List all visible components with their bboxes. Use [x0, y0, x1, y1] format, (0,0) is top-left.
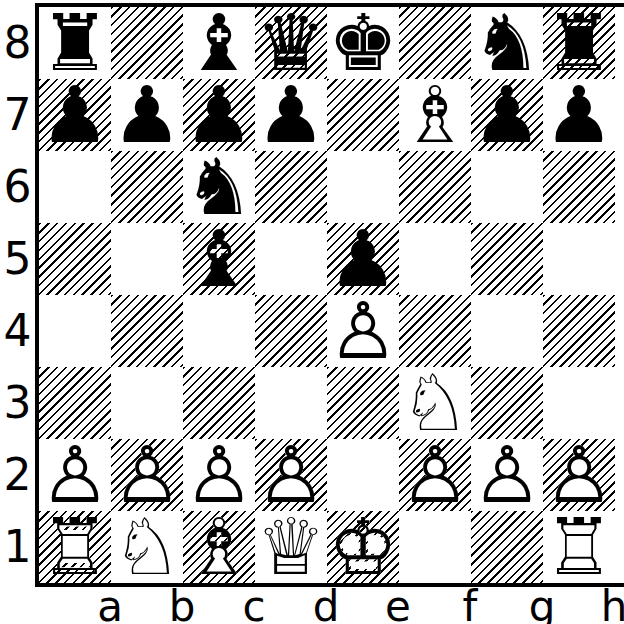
piece-white-queen: ♛♕ — [255, 511, 327, 583]
white-piece-outline-glyph: ♗ — [184, 508, 254, 586]
white-piece-outline-glyph: ♕ — [256, 508, 326, 586]
square-a7[interactable]: ♟ — [39, 79, 111, 151]
piece-black-rook: ♜ — [39, 7, 111, 79]
square-b1[interactable]: ♞♘ — [111, 511, 183, 583]
piece-white-pawn: ♟♙ — [39, 439, 111, 511]
square-b8[interactable] — [111, 7, 183, 79]
square-a4[interactable] — [39, 295, 111, 367]
piece-white-rook: ♜♖ — [543, 511, 615, 583]
white-piece-outline-glyph: ♖ — [40, 508, 110, 586]
square-g8[interactable]: ♞ — [471, 7, 543, 79]
square-c6[interactable]: ♞ — [183, 151, 255, 223]
piece-white-pawn: ♟♙ — [183, 439, 255, 511]
square-e1[interactable]: ♚♔ — [327, 511, 399, 583]
piece-black-pawn: ♟ — [183, 79, 255, 151]
square-e7[interactable] — [327, 79, 399, 151]
file-label-f: f — [434, 587, 506, 624]
black-piece-glyph: ♝ — [184, 220, 254, 298]
file-label-e: e — [362, 587, 434, 624]
square-c1[interactable]: ♝♗ — [183, 511, 255, 583]
black-piece-glyph: ♟ — [112, 76, 182, 154]
white-piece-outline-glyph: ♙ — [400, 436, 470, 514]
square-f5[interactable] — [399, 223, 471, 295]
piece-black-pawn: ♟ — [255, 79, 327, 151]
square-e8[interactable]: ♚ — [327, 7, 399, 79]
square-b7[interactable]: ♟ — [111, 79, 183, 151]
piece-black-bishop: ♝ — [183, 7, 255, 79]
square-h8[interactable]: ♜ — [543, 7, 615, 79]
piece-black-rook: ♜ — [543, 7, 615, 79]
square-b5[interactable] — [111, 223, 183, 295]
file-label-b: b — [146, 587, 218, 624]
rank-label-8: 8 — [0, 7, 35, 79]
white-piece-outline-glyph: ♘ — [112, 508, 182, 586]
square-g4[interactable] — [471, 295, 543, 367]
rank-label-6: 6 — [0, 151, 35, 223]
square-g5[interactable] — [471, 223, 543, 295]
piece-white-bishop: ♝♗ — [399, 79, 471, 151]
square-a1[interactable]: ♜♖ — [39, 511, 111, 583]
square-d1[interactable]: ♛♕ — [255, 511, 327, 583]
square-b3[interactable] — [111, 367, 183, 439]
piece-white-pawn: ♟♙ — [543, 439, 615, 511]
square-h2[interactable]: ♟♙ — [543, 439, 615, 511]
square-d6[interactable] — [255, 151, 327, 223]
white-piece-outline-glyph: ♔ — [328, 508, 398, 586]
square-a6[interactable] — [39, 151, 111, 223]
square-b6[interactable] — [111, 151, 183, 223]
piece-white-pawn: ♟♙ — [471, 439, 543, 511]
square-f6[interactable] — [399, 151, 471, 223]
square-a8[interactable]: ♜ — [39, 7, 111, 79]
chess-diagram-page: 87654321 ♜♝♛♚♞♜♟♟♟♟♝♗♟♟♞♝♟♟♙♞♘♟♙♟♙♟♙♟♙♟♙… — [0, 0, 624, 624]
square-b4[interactable] — [111, 295, 183, 367]
rank-label-2: 2 — [0, 439, 35, 511]
file-label-g: g — [506, 587, 578, 624]
piece-black-pawn: ♟ — [327, 223, 399, 295]
square-d2[interactable]: ♟♙ — [255, 439, 327, 511]
square-f8[interactable] — [399, 7, 471, 79]
rank-label-1: 1 — [0, 511, 35, 583]
piece-black-pawn: ♟ — [543, 79, 615, 151]
square-d7[interactable]: ♟ — [255, 79, 327, 151]
rank-label-4: 4 — [0, 295, 35, 367]
piece-black-bishop: ♝ — [183, 223, 255, 295]
white-piece-outline-glyph: ♖ — [544, 508, 614, 586]
file-labels: abcdefgh — [74, 587, 624, 624]
white-piece-outline-glyph: ♙ — [472, 436, 542, 514]
square-h6[interactable] — [543, 151, 615, 223]
square-f2[interactable]: ♟♙ — [399, 439, 471, 511]
piece-white-pawn: ♟♙ — [111, 439, 183, 511]
piece-white-bishop: ♝♗ — [183, 511, 255, 583]
piece-black-knight: ♞ — [471, 7, 543, 79]
square-c3[interactable] — [183, 367, 255, 439]
square-h4[interactable] — [543, 295, 615, 367]
square-g3[interactable] — [471, 367, 543, 439]
square-d8[interactable]: ♛ — [255, 7, 327, 79]
square-g6[interactable] — [471, 151, 543, 223]
black-piece-glyph: ♚ — [328, 4, 398, 82]
rank-labels: 87654321 — [0, 7, 35, 587]
square-d3[interactable] — [255, 367, 327, 439]
square-e6[interactable] — [327, 151, 399, 223]
file-label-d: d — [290, 587, 362, 624]
piece-black-pawn: ♟ — [39, 79, 111, 151]
piece-white-rook: ♜♖ — [39, 511, 111, 583]
piece-white-knight: ♞♘ — [399, 367, 471, 439]
square-e2[interactable] — [327, 439, 399, 511]
piece-white-pawn: ♟♙ — [327, 295, 399, 367]
rank-label-7: 7 — [0, 79, 35, 151]
corner-spacer — [0, 587, 35, 624]
square-g1[interactable] — [471, 511, 543, 583]
square-d4[interactable] — [255, 295, 327, 367]
square-a5[interactable] — [39, 223, 111, 295]
piece-white-pawn: ♟♙ — [399, 439, 471, 511]
piece-black-knight: ♞ — [183, 151, 255, 223]
square-g7[interactable]: ♟ — [471, 79, 543, 151]
square-h7[interactable]: ♟ — [543, 79, 615, 151]
square-g2[interactable]: ♟♙ — [471, 439, 543, 511]
file-label-c: c — [218, 587, 290, 624]
piece-white-pawn: ♟♙ — [255, 439, 327, 511]
piece-white-knight: ♞♘ — [111, 511, 183, 583]
piece-black-queen: ♛ — [255, 7, 327, 79]
white-piece-outline-glyph: ♗ — [400, 76, 470, 154]
square-c7[interactable]: ♟ — [183, 79, 255, 151]
square-e3[interactable] — [327, 367, 399, 439]
black-piece-glyph: ♟ — [40, 76, 110, 154]
board-layout: 87654321 ♜♝♛♚♞♜♟♟♟♟♝♗♟♟♞♝♟♟♙♞♘♟♙♟♙♟♙♟♙♟♙… — [0, 3, 624, 624]
square-c8[interactable]: ♝ — [183, 7, 255, 79]
square-e4[interactable]: ♟♙ — [327, 295, 399, 367]
file-label-h: h — [578, 587, 624, 624]
file-label-a: a — [74, 587, 146, 624]
square-h5[interactable] — [543, 223, 615, 295]
square-b2[interactable]: ♟♙ — [111, 439, 183, 511]
square-f4[interactable] — [399, 295, 471, 367]
square-c4[interactable] — [183, 295, 255, 367]
piece-white-king: ♚♔ — [327, 511, 399, 583]
piece-black-pawn: ♟ — [111, 79, 183, 151]
square-f7[interactable]: ♝♗ — [399, 79, 471, 151]
rank-label-5: 5 — [0, 223, 35, 295]
square-d5[interactable] — [255, 223, 327, 295]
square-c5[interactable]: ♝ — [183, 223, 255, 295]
square-h1[interactable]: ♜♖ — [543, 511, 615, 583]
piece-black-pawn: ♟ — [471, 79, 543, 151]
square-f3[interactable]: ♞♘ — [399, 367, 471, 439]
square-c2[interactable]: ♟♙ — [183, 439, 255, 511]
chess-board: ♜♝♛♚♞♜♟♟♟♟♝♗♟♟♞♝♟♟♙♞♘♟♙♟♙♟♙♟♙♟♙♟♙♟♙♜♖♞♘♝… — [35, 3, 624, 587]
black-piece-glyph: ♟ — [256, 76, 326, 154]
square-a3[interactable] — [39, 367, 111, 439]
square-e5[interactable]: ♟ — [327, 223, 399, 295]
square-a2[interactable]: ♟♙ — [39, 439, 111, 511]
piece-black-king: ♚ — [327, 7, 399, 79]
white-piece-outline-glyph: ♙ — [328, 292, 398, 370]
square-f1[interactable] — [399, 511, 471, 583]
black-piece-glyph: ♟ — [544, 76, 614, 154]
square-h3[interactable] — [543, 367, 615, 439]
black-piece-glyph: ♟ — [472, 76, 542, 154]
rank-label-3: 3 — [0, 367, 35, 439]
